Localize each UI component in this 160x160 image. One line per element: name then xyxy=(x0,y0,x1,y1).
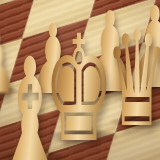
chess-photo: ♟♝♟♚♟♛♟ xyxy=(0,0,160,160)
pieces-layer: ♟♝♟♚♟♛♟ xyxy=(0,0,160,160)
white-bishop[interactable]: ♝ xyxy=(0,40,64,160)
